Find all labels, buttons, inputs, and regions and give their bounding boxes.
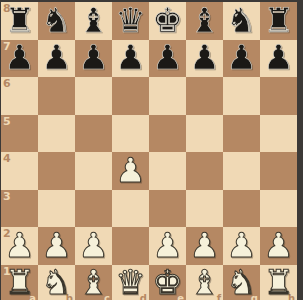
square-f8[interactable]: ♝ <box>186 2 223 40</box>
square-d5[interactable] <box>112 115 149 153</box>
square-d3[interactable] <box>112 190 149 228</box>
white-pawn[interactable]: ♟ <box>189 228 219 262</box>
white-rook[interactable]: ♜ <box>4 265 34 299</box>
black-pawn[interactable]: ♟ <box>115 40 145 74</box>
square-g8[interactable]: ♞ <box>223 2 260 40</box>
square-f7[interactable]: ♟ <box>186 40 223 78</box>
chess-board-background: 8♜♞♝♛♚♝♞♜7♟♟♟♟♟♟♟♟654♟32♟♟♟♟♟♟♟1a♜b♞c♝d♛… <box>0 0 303 300</box>
square-c1[interactable]: c♝ <box>75 265 112 300</box>
black-bishop[interactable]: ♝ <box>189 3 219 37</box>
square-e6[interactable] <box>149 77 186 115</box>
square-c4[interactable] <box>75 152 112 190</box>
square-g6[interactable] <box>223 77 260 115</box>
white-pawn[interactable]: ♟ <box>226 228 256 262</box>
square-b8[interactable]: ♞ <box>38 2 75 40</box>
black-pawn[interactable]: ♟ <box>152 40 182 74</box>
square-f5[interactable] <box>186 115 223 153</box>
black-pawn[interactable]: ♟ <box>41 40 71 74</box>
square-b1[interactable]: b♞ <box>38 265 75 300</box>
square-f4[interactable] <box>186 152 223 190</box>
black-rook[interactable]: ♜ <box>263 3 293 37</box>
rank-label-3: 3 <box>3 191 11 202</box>
square-g4[interactable] <box>223 152 260 190</box>
square-b7[interactable]: ♟ <box>38 40 75 78</box>
black-pawn[interactable]: ♟ <box>4 40 34 74</box>
square-c7[interactable]: ♟ <box>75 40 112 78</box>
square-g2[interactable]: ♟ <box>223 227 260 265</box>
black-queen[interactable]: ♛ <box>115 3 145 37</box>
square-b2[interactable]: ♟ <box>38 227 75 265</box>
square-e4[interactable] <box>149 152 186 190</box>
square-a8[interactable]: 8♜ <box>1 2 38 40</box>
square-g3[interactable] <box>223 190 260 228</box>
white-rook[interactable]: ♜ <box>263 265 293 299</box>
square-e3[interactable] <box>149 190 186 228</box>
rank-label-6: 6 <box>3 78 11 89</box>
black-knight[interactable]: ♞ <box>226 3 256 37</box>
square-a5[interactable]: 5 <box>1 115 38 153</box>
square-d4[interactable]: ♟ <box>112 152 149 190</box>
square-h3[interactable] <box>260 190 297 228</box>
chess-board: 8♜♞♝♛♚♝♞♜7♟♟♟♟♟♟♟♟654♟32♟♟♟♟♟♟♟1a♜b♞c♝d♛… <box>1 2 297 300</box>
square-g1[interactable]: g♞ <box>223 265 260 300</box>
white-pawn[interactable]: ♟ <box>4 228 34 262</box>
square-a6[interactable]: 6 <box>1 77 38 115</box>
black-pawn[interactable]: ♟ <box>189 40 219 74</box>
square-h1[interactable]: h♜ <box>260 265 297 300</box>
square-h7[interactable]: ♟ <box>260 40 297 78</box>
square-b3[interactable] <box>38 190 75 228</box>
square-d7[interactable]: ♟ <box>112 40 149 78</box>
white-king[interactable]: ♚ <box>152 265 182 299</box>
square-h2[interactable]: ♟ <box>260 227 297 265</box>
square-a3[interactable]: 3 <box>1 190 38 228</box>
white-pawn[interactable]: ♟ <box>263 228 293 262</box>
white-knight[interactable]: ♞ <box>41 265 71 299</box>
square-c6[interactable] <box>75 77 112 115</box>
square-d8[interactable]: ♛ <box>112 2 149 40</box>
square-b4[interactable] <box>38 152 75 190</box>
square-d2[interactable] <box>112 227 149 265</box>
black-pawn[interactable]: ♟ <box>78 40 108 74</box>
white-bishop[interactable]: ♝ <box>189 265 219 299</box>
white-pawn[interactable]: ♟ <box>78 228 108 262</box>
square-g5[interactable] <box>223 115 260 153</box>
white-queen[interactable]: ♛ <box>115 265 145 299</box>
square-e7[interactable]: ♟ <box>149 40 186 78</box>
square-e1[interactable]: e♚ <box>149 265 186 300</box>
white-bishop[interactable]: ♝ <box>78 265 108 299</box>
square-f1[interactable]: f♝ <box>186 265 223 300</box>
square-h5[interactable] <box>260 115 297 153</box>
white-pawn[interactable]: ♟ <box>115 153 145 187</box>
square-b6[interactable] <box>38 77 75 115</box>
square-d6[interactable] <box>112 77 149 115</box>
black-pawn[interactable]: ♟ <box>263 40 293 74</box>
black-king[interactable]: ♚ <box>152 3 182 37</box>
black-knight[interactable]: ♞ <box>41 3 71 37</box>
square-e8[interactable]: ♚ <box>149 2 186 40</box>
square-e2[interactable]: ♟ <box>149 227 186 265</box>
white-pawn[interactable]: ♟ <box>41 228 71 262</box>
square-c2[interactable]: ♟ <box>75 227 112 265</box>
black-rook[interactable]: ♜ <box>4 3 34 37</box>
rank-label-5: 5 <box>3 116 11 127</box>
square-e5[interactable] <box>149 115 186 153</box>
square-a4[interactable]: 4 <box>1 152 38 190</box>
square-f3[interactable] <box>186 190 223 228</box>
rank-label-4: 4 <box>3 153 11 164</box>
square-h6[interactable] <box>260 77 297 115</box>
square-a2[interactable]: 2♟ <box>1 227 38 265</box>
square-a7[interactable]: 7♟ <box>1 40 38 78</box>
square-c8[interactable]: ♝ <box>75 2 112 40</box>
white-knight[interactable]: ♞ <box>226 265 256 299</box>
black-pawn[interactable]: ♟ <box>226 40 256 74</box>
square-a1[interactable]: 1a♜ <box>1 265 38 300</box>
black-bishop[interactable]: ♝ <box>78 3 108 37</box>
square-h4[interactable] <box>260 152 297 190</box>
square-c3[interactable] <box>75 190 112 228</box>
square-f2[interactable]: ♟ <box>186 227 223 265</box>
white-pawn[interactable]: ♟ <box>152 228 182 262</box>
square-d1[interactable]: d♛ <box>112 265 149 300</box>
square-c5[interactable] <box>75 115 112 153</box>
square-f6[interactable] <box>186 77 223 115</box>
square-h8[interactable]: ♜ <box>260 2 297 40</box>
square-g7[interactable]: ♟ <box>223 40 260 78</box>
square-b5[interactable] <box>38 115 75 153</box>
